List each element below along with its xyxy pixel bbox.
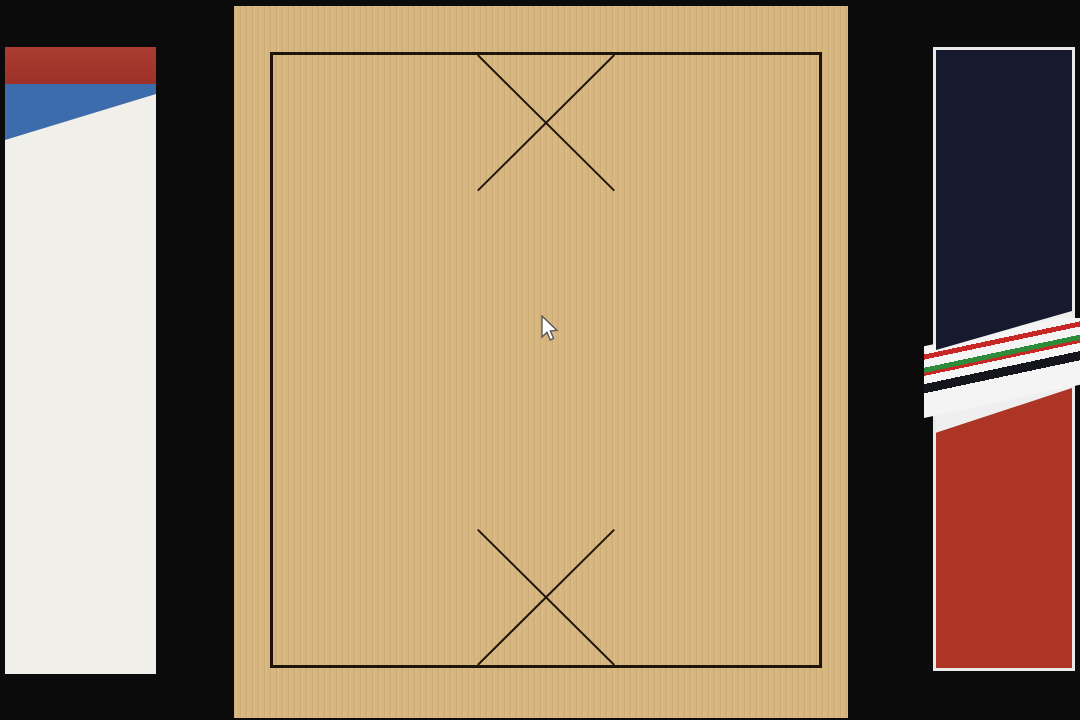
banner-school-panel [936, 50, 1072, 350]
banner-players-panel [936, 388, 1072, 668]
right-banner [933, 47, 1075, 671]
banner-blue-wedge [5, 84, 156, 140]
left-banner [5, 47, 156, 674]
banner-year [5, 47, 156, 84]
board-grid [270, 52, 822, 668]
banner-title [5, 142, 156, 670]
xiangqi-board[interactable] [234, 6, 848, 718]
